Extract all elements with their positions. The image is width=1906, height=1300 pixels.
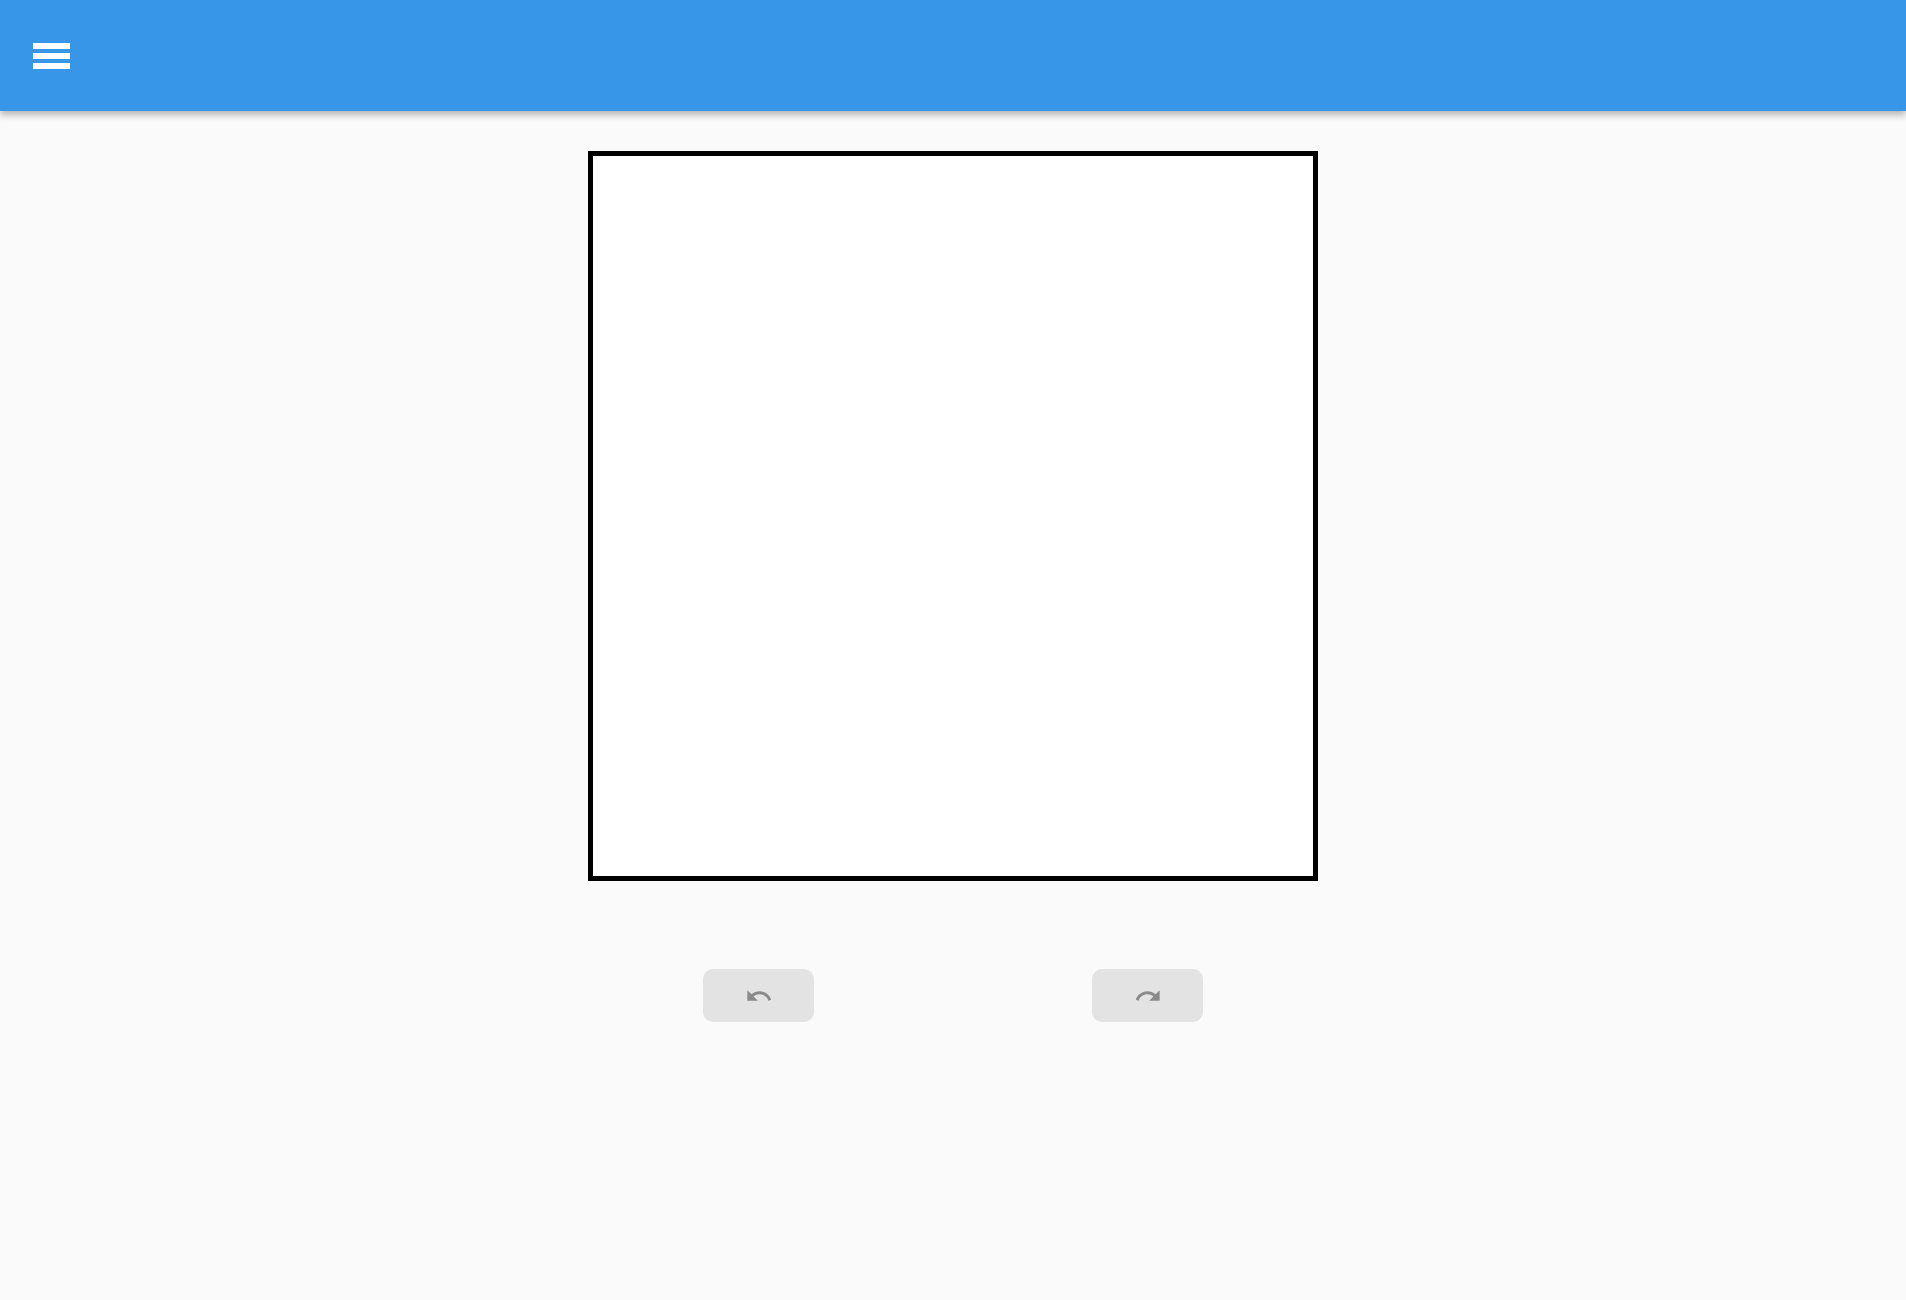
undo-icon: [739, 982, 779, 1010]
redo-icon: [1128, 982, 1168, 1010]
menu-button[interactable]: [33, 43, 70, 69]
hamburger-menu-icon: [33, 43, 70, 49]
sudoku-board: [588, 151, 1318, 881]
app-bar: [0, 0, 1906, 111]
undo-button[interactable]: [703, 969, 814, 1022]
history-controls: [0, 969, 1906, 1022]
redo-button[interactable]: [1092, 969, 1203, 1022]
main-content: [0, 151, 1906, 1022]
